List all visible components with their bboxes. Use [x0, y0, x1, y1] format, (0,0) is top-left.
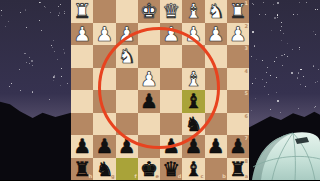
black-pawn[interactable]: ♟ — [118, 136, 136, 156]
star — [29, 63, 30, 64]
tent-illustration — [249, 126, 320, 180]
white-pawn[interactable]: ♟ — [162, 23, 180, 43]
rank-label-7: 7 — [245, 136, 248, 141]
white-bishop[interactable]: ♝ — [184, 1, 202, 21]
square-e8[interactable]: ♚e — [138, 158, 160, 181]
square-h2[interactable]: ♟ — [71, 23, 93, 46]
square-a3[interactable]: 3 — [227, 45, 249, 68]
square-f8[interactable]: f — [116, 158, 138, 181]
white-knight[interactable]: ♞ — [118, 46, 136, 66]
square-g3[interactable] — [93, 45, 115, 68]
square-c5[interactable]: ♝ — [182, 90, 204, 113]
white-pawn[interactable]: ♟ — [140, 68, 158, 88]
file-label-f: f — [135, 174, 137, 179]
star — [313, 31, 314, 32]
black-pawn[interactable]: ♟ — [73, 136, 91, 156]
white-king[interactable]: ♚ — [140, 1, 158, 21]
star — [255, 78, 256, 79]
square-g6[interactable] — [93, 113, 115, 136]
star — [57, 59, 58, 60]
black-pawn[interactable]: ♟ — [207, 136, 225, 156]
star — [315, 9, 316, 10]
star — [45, 7, 46, 8]
black-pawn[interactable]: ♟ — [95, 136, 113, 156]
square-f2[interactable]: ♟ — [116, 23, 138, 46]
star — [276, 92, 277, 93]
file-label-b: b — [222, 174, 226, 179]
rank-label-5: 5 — [245, 91, 248, 96]
star — [276, 57, 277, 58]
square-b6[interactable] — [205, 113, 227, 136]
square-c3[interactable] — [182, 45, 204, 68]
black-pawn[interactable]: ♟ — [140, 91, 158, 111]
star — [265, 14, 266, 15]
square-c2[interactable]: ♟ — [182, 23, 204, 46]
square-a7[interactable]: ♟7 — [227, 135, 249, 158]
star — [298, 108, 299, 109]
scene: ♜♚♛♝♞♜1♟♟♟♟♟♟♟2♞3♟♝4♟♝5♞6♟♟♟♟♟♟♟7♜h♞gf♚e… — [0, 0, 320, 180]
square-h3[interactable] — [71, 45, 93, 68]
square-h1[interactable]: ♜ — [71, 0, 93, 23]
square-e6[interactable] — [138, 113, 160, 136]
square-a8[interactable]: ♜8a — [227, 158, 249, 181]
star — [31, 60, 33, 62]
square-a2[interactable]: ♟2 — [227, 23, 249, 46]
square-e7[interactable] — [138, 135, 160, 158]
star — [262, 79, 263, 80]
star — [251, 56, 252, 57]
square-c6[interactable]: ♞ — [182, 113, 204, 136]
star — [51, 45, 52, 46]
white-rook[interactable]: ♜ — [73, 1, 91, 21]
star — [306, 2, 307, 3]
rank-label-1: 1 — [245, 1, 248, 6]
rank-label-6: 6 — [245, 114, 248, 119]
square-g1[interactable] — [93, 0, 115, 23]
square-a6[interactable]: 6 — [227, 113, 249, 136]
star — [64, 13, 65, 14]
star — [317, 9, 318, 10]
star — [280, 112, 281, 113]
star — [29, 57, 30, 58]
square-a1[interactable]: ♜1 — [227, 0, 249, 23]
square-d6[interactable] — [160, 113, 182, 136]
square-e1[interactable]: ♚ — [138, 0, 160, 23]
square-d7[interactable]: ♟ — [160, 135, 182, 158]
chess-board[interactable]: ♜♚♛♝♞♜1♟♟♟♟♟♟♟2♞3♟♝4♟♝5♞6♟♟♟♟♟♟♟7♜h♞gf♚e… — [71, 0, 249, 180]
white-queen[interactable]: ♛ — [162, 1, 180, 21]
star — [281, 26, 282, 27]
black-knight[interactable]: ♞ — [184, 113, 202, 133]
file-label-a: a — [245, 174, 248, 179]
star — [281, 55, 283, 57]
square-f1[interactable] — [116, 0, 138, 23]
square-c4[interactable]: ♝ — [182, 68, 204, 91]
square-h8[interactable]: ♜h — [71, 158, 93, 181]
square-h7[interactable]: ♟ — [71, 135, 93, 158]
star — [270, 109, 271, 110]
square-g4[interactable] — [93, 68, 115, 91]
star — [53, 80, 54, 81]
rank-label-2: 2 — [245, 24, 248, 29]
square-b8[interactable]: b — [205, 158, 227, 181]
white-pawn[interactable]: ♟ — [73, 23, 91, 43]
star — [259, 14, 260, 15]
square-d2[interactable]: ♟ — [160, 23, 182, 46]
square-g2[interactable]: ♟ — [93, 23, 115, 46]
square-d8[interactable]: ♛d — [160, 158, 182, 181]
star — [284, 54, 285, 55]
star — [252, 31, 254, 33]
square-g5[interactable] — [93, 90, 115, 113]
black-pawn[interactable]: ♟ — [162, 136, 180, 156]
square-d5[interactable] — [160, 90, 182, 113]
square-b4[interactable] — [205, 68, 227, 91]
star — [317, 81, 318, 82]
square-e4[interactable]: ♟ — [138, 68, 160, 91]
square-f7[interactable]: ♟ — [116, 135, 138, 158]
square-a5[interactable]: 5 — [227, 90, 249, 113]
square-e2[interactable] — [138, 23, 160, 46]
star — [60, 85, 61, 86]
white-bishop[interactable]: ♝ — [184, 68, 202, 88]
square-b1[interactable]: ♞ — [205, 0, 227, 23]
star — [50, 12, 51, 13]
star — [274, 17, 276, 19]
star — [26, 62, 27, 63]
white-pawn[interactable]: ♟ — [184, 23, 202, 43]
black-bishop[interactable]: ♝ — [184, 91, 202, 111]
square-a4[interactable]: 4 — [227, 68, 249, 91]
star — [25, 9, 27, 11]
white-knight[interactable]: ♞ — [207, 1, 225, 21]
square-g8[interactable]: ♞g — [93, 158, 115, 181]
square-h4[interactable] — [71, 68, 93, 91]
star — [9, 86, 10, 87]
star — [291, 72, 293, 74]
square-e5[interactable]: ♟ — [138, 90, 160, 113]
square-b3[interactable] — [205, 45, 227, 68]
square-c8[interactable]: ♝c — [182, 158, 204, 181]
square-e3[interactable] — [138, 45, 160, 68]
file-label-g: g — [111, 174, 115, 179]
file-label-e: e — [156, 174, 159, 179]
file-label-d: d — [178, 174, 182, 179]
square-c1[interactable]: ♝ — [182, 0, 204, 23]
star — [315, 82, 316, 83]
star — [277, 2, 279, 4]
square-f6[interactable] — [116, 113, 138, 136]
star — [297, 14, 298, 15]
star — [252, 3, 253, 4]
star — [5, 26, 6, 27]
star — [300, 84, 301, 85]
file-label-h: h — [89, 174, 93, 179]
square-g7[interactable]: ♟ — [93, 135, 115, 158]
star — [270, 75, 271, 76]
star — [64, 52, 66, 54]
star — [277, 100, 279, 102]
star — [263, 2, 264, 3]
rank-label-4: 4 — [245, 69, 248, 74]
square-d3[interactable] — [160, 45, 182, 68]
square-d1[interactable]: ♛ — [160, 0, 182, 23]
square-d4[interactable] — [160, 68, 182, 91]
white-pawn[interactable]: ♟ — [118, 23, 136, 43]
rank-label-8: 8 — [245, 159, 248, 164]
file-label-c: c — [201, 174, 204, 179]
square-b2[interactable]: ♟ — [205, 23, 227, 46]
white-pawn[interactable]: ♟ — [95, 23, 113, 43]
square-b5[interactable] — [205, 90, 227, 113]
square-f4[interactable] — [116, 68, 138, 91]
rank-label-3: 3 — [245, 46, 248, 51]
star — [63, 49, 64, 50]
black-pawn[interactable]: ♟ — [184, 136, 202, 156]
white-pawn[interactable]: ♟ — [207, 23, 225, 43]
star — [53, 77, 54, 78]
square-h5[interactable] — [71, 90, 93, 113]
star — [67, 83, 68, 84]
star — [253, 4, 254, 5]
square-b7[interactable]: ♟ — [205, 135, 227, 158]
square-f5[interactable] — [116, 90, 138, 113]
square-h6[interactable] — [71, 113, 93, 136]
square-c7[interactable]: ♟ — [182, 135, 204, 158]
square-f3[interactable]: ♞ — [116, 45, 138, 68]
star — [287, 56, 288, 57]
